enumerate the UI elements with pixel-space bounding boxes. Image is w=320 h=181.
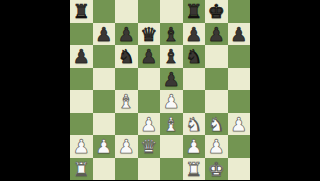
square-f1[interactable]: ♜ [183,158,206,181]
square-h5[interactable] [228,68,251,91]
piece-black-pawn[interactable]: ♟ [70,45,93,68]
square-f5[interactable] [183,68,206,91]
piece-black-pawn[interactable]: ♟ [205,23,228,46]
piece-black-knight[interactable]: ♞ [115,45,138,68]
piece-white-pawn[interactable]: ♟ [138,113,161,136]
square-d6[interactable]: ♟ [138,45,161,68]
piece-white-pawn[interactable]: ♟ [115,135,138,158]
piece-white-knight[interactable]: ♞ [205,113,228,136]
square-a6[interactable]: ♟ [70,45,93,68]
square-b8[interactable] [93,0,116,23]
square-f2[interactable]: ♟ [183,135,206,158]
square-d8[interactable] [138,0,161,23]
square-g8[interactable]: ♚ [205,0,228,23]
square-b6[interactable] [93,45,116,68]
square-g6[interactable] [205,45,228,68]
square-e1[interactable] [160,158,183,181]
piece-black-pawn[interactable]: ♟ [228,23,251,46]
square-d4[interactable] [138,90,161,113]
square-e2[interactable] [160,135,183,158]
square-b3[interactable] [93,113,116,136]
square-e6[interactable]: ♝ [160,45,183,68]
square-f7[interactable]: ♟ [183,23,206,46]
piece-black-pawn[interactable]: ♟ [93,23,116,46]
piece-white-pawn[interactable]: ♟ [70,135,93,158]
square-h1[interactable] [228,158,251,181]
square-h3[interactable]: ♟ [228,113,251,136]
square-a3[interactable] [70,113,93,136]
square-g4[interactable] [205,90,228,113]
piece-black-bishop[interactable]: ♝ [160,45,183,68]
piece-white-king[interactable]: ♚ [205,158,228,181]
piece-black-pawn[interactable]: ♟ [160,68,183,91]
piece-white-queen[interactable]: ♛ [138,135,161,158]
piece-white-pawn[interactable]: ♟ [160,90,183,113]
square-a2[interactable]: ♟ [70,135,93,158]
square-g2[interactable]: ♟ [205,135,228,158]
square-a5[interactable] [70,68,93,91]
square-b2[interactable]: ♟ [93,135,116,158]
piece-white-pawn[interactable]: ♟ [93,135,116,158]
square-f3[interactable]: ♞ [183,113,206,136]
square-b7[interactable]: ♟ [93,23,116,46]
square-h7[interactable]: ♟ [228,23,251,46]
piece-black-rook[interactable]: ♜ [183,0,206,23]
piece-black-pawn[interactable]: ♟ [115,23,138,46]
square-f4[interactable] [183,90,206,113]
square-f6[interactable]: ♞ [183,45,206,68]
square-g1[interactable]: ♚ [205,158,228,181]
square-a4[interactable] [70,90,93,113]
square-e3[interactable]: ♝ [160,113,183,136]
square-f8[interactable]: ♜ [183,0,206,23]
square-h8[interactable] [228,0,251,23]
square-c2[interactable]: ♟ [115,135,138,158]
square-d2[interactable]: ♛ [138,135,161,158]
piece-black-king[interactable]: ♚ [205,0,228,23]
square-e5[interactable]: ♟ [160,68,183,91]
square-c4[interactable]: ♝ [115,90,138,113]
square-e4[interactable]: ♟ [160,90,183,113]
square-c5[interactable] [115,68,138,91]
piece-black-knight[interactable]: ♞ [183,45,206,68]
square-c7[interactable]: ♟ [115,23,138,46]
square-c8[interactable] [115,0,138,23]
square-b5[interactable] [93,68,116,91]
piece-black-bishop[interactable]: ♝ [160,23,183,46]
square-d1[interactable] [138,158,161,181]
square-a8[interactable]: ♜ [70,0,93,23]
square-e7[interactable]: ♝ [160,23,183,46]
square-c6[interactable]: ♞ [115,45,138,68]
square-h2[interactable] [228,135,251,158]
square-a1[interactable]: ♜ [70,158,93,181]
piece-white-bishop[interactable]: ♝ [160,113,183,136]
square-d7[interactable]: ♛ [138,23,161,46]
square-a7[interactable] [70,23,93,46]
square-d5[interactable] [138,68,161,91]
square-b1[interactable] [93,158,116,181]
piece-white-knight[interactable]: ♞ [183,113,206,136]
piece-black-pawn[interactable]: ♟ [183,23,206,46]
piece-white-rook[interactable]: ♜ [70,158,93,181]
square-b4[interactable] [93,90,116,113]
piece-black-rook[interactable]: ♜ [70,0,93,23]
square-d3[interactable]: ♟ [138,113,161,136]
piece-white-pawn[interactable]: ♟ [205,135,228,158]
letterbox-stage: ♜♜♚♟♟♛♝♟♟♟♟♞♟♝♞♟♝♟♟♝♞♞♟♟♟♟♛♟♟♜♜♚ [0,0,320,180]
piece-black-pawn[interactable]: ♟ [138,45,161,68]
piece-white-pawn[interactable]: ♟ [228,113,251,136]
piece-white-bishop[interactable]: ♝ [115,90,138,113]
piece-white-pawn[interactable]: ♟ [183,135,206,158]
piece-white-rook[interactable]: ♜ [183,158,206,181]
chess-board: ♜♜♚♟♟♛♝♟♟♟♟♞♟♝♞♟♝♟♟♝♞♞♟♟♟♟♛♟♟♜♜♚ [70,0,250,180]
square-c1[interactable] [115,158,138,181]
square-g3[interactable]: ♞ [205,113,228,136]
square-g5[interactable] [205,68,228,91]
square-c3[interactable] [115,113,138,136]
square-e8[interactable] [160,0,183,23]
square-g7[interactable]: ♟ [205,23,228,46]
piece-black-queen[interactable]: ♛ [138,23,161,46]
square-h4[interactable] [228,90,251,113]
square-h6[interactable] [228,45,251,68]
